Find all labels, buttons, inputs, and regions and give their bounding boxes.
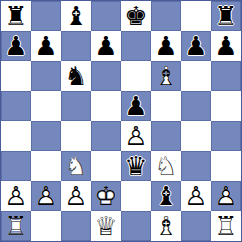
white-rook-icon: ♖ <box>211 211 241 241</box>
black-knight-icon: ♞ <box>61 61 91 91</box>
square-b5[interactable] <box>31 91 61 121</box>
square-c8[interactable]: ♝ <box>61 1 91 31</box>
black-pawn-icon: ♟ <box>211 31 241 61</box>
white-pawn-icon: ♙ <box>31 181 61 211</box>
square-a7[interactable]: ♟ <box>1 31 31 61</box>
square-e5[interactable]: ♟ <box>121 91 151 121</box>
white-pawn-icon: ♙ <box>1 181 31 211</box>
white-bishop-icon: ♗ <box>151 61 181 91</box>
square-f4[interactable] <box>151 121 181 151</box>
square-d2[interactable]: ♚♔ <box>91 181 121 211</box>
black-pawn-icon: ♟ <box>121 91 151 121</box>
black-pawn-icon: ♟ <box>91 31 121 61</box>
square-a1[interactable]: ♜♖ <box>1 211 31 241</box>
black-rook-icon: ♜ <box>211 1 241 31</box>
square-c5[interactable] <box>61 91 91 121</box>
square-g2[interactable]: ♟♙ <box>181 181 211 211</box>
square-h2[interactable]: ♟♙ <box>211 181 241 211</box>
white-pawn-icon: ♙ <box>121 121 151 151</box>
square-d3[interactable] <box>91 151 121 181</box>
square-g7[interactable]: ♟ <box>181 31 211 61</box>
square-b3[interactable] <box>31 151 61 181</box>
black-king-icon: ♚ <box>121 1 151 31</box>
square-d1[interactable]: ♛♕ <box>91 211 121 241</box>
square-f3[interactable]: ♞♘ <box>151 151 181 181</box>
square-e8[interactable]: ♚ <box>121 1 151 31</box>
square-a5[interactable] <box>1 91 31 121</box>
square-e1[interactable] <box>121 211 151 241</box>
white-rook-icon: ♖ <box>1 211 31 241</box>
square-h7[interactable]: ♟ <box>211 31 241 61</box>
square-f5[interactable] <box>151 91 181 121</box>
black-pawn-icon: ♟ <box>31 31 61 61</box>
white-pawn-icon: ♙ <box>61 181 91 211</box>
square-b6[interactable] <box>31 61 61 91</box>
white-king-icon: ♔ <box>91 181 121 211</box>
square-c7[interactable] <box>61 31 91 61</box>
square-d4[interactable] <box>91 121 121 151</box>
black-rook-icon: ♜ <box>1 1 31 31</box>
square-h8[interactable]: ♜ <box>211 1 241 31</box>
square-d8[interactable] <box>91 1 121 31</box>
square-g6[interactable] <box>181 61 211 91</box>
square-c3[interactable]: ♞♘ <box>61 151 91 181</box>
square-b4[interactable] <box>31 121 61 151</box>
square-a3[interactable] <box>1 151 31 181</box>
square-f7[interactable]: ♟ <box>151 31 181 61</box>
square-f2[interactable]: ♝ <box>151 181 181 211</box>
black-pawn-icon: ♟ <box>151 31 181 61</box>
square-b1[interactable] <box>31 211 61 241</box>
square-a4[interactable] <box>1 121 31 151</box>
square-g5[interactable] <box>181 91 211 121</box>
square-f1[interactable]: ♝♗ <box>151 211 181 241</box>
square-c1[interactable] <box>61 211 91 241</box>
square-g8[interactable] <box>181 1 211 31</box>
square-f8[interactable] <box>151 1 181 31</box>
square-h3[interactable] <box>211 151 241 181</box>
black-pawn-icon: ♟ <box>1 31 31 61</box>
white-queen-icon: ♕ <box>91 211 121 241</box>
square-a8[interactable]: ♜ <box>1 1 31 31</box>
square-d5[interactable] <box>91 91 121 121</box>
square-g3[interactable] <box>181 151 211 181</box>
black-bishop-icon: ♝ <box>151 181 181 211</box>
black-bishop-icon: ♝ <box>61 1 91 31</box>
square-b2[interactable]: ♟♙ <box>31 181 61 211</box>
square-e3[interactable]: ♛ <box>121 151 151 181</box>
square-a6[interactable] <box>1 61 31 91</box>
black-pawn-icon: ♟ <box>181 31 211 61</box>
square-c6[interactable]: ♞ <box>61 61 91 91</box>
square-e7[interactable] <box>121 31 151 61</box>
square-b8[interactable] <box>31 1 61 31</box>
square-e2[interactable] <box>121 181 151 211</box>
square-h6[interactable] <box>211 61 241 91</box>
square-h4[interactable] <box>211 121 241 151</box>
square-a2[interactable]: ♟♙ <box>1 181 31 211</box>
black-queen-icon: ♛ <box>121 151 151 181</box>
square-e4[interactable]: ♟♙ <box>121 121 151 151</box>
square-e6[interactable] <box>121 61 151 91</box>
square-c2[interactable]: ♟♙ <box>61 181 91 211</box>
white-knight-icon: ♘ <box>61 151 91 181</box>
square-c4[interactable] <box>61 121 91 151</box>
square-b7[interactable]: ♟ <box>31 31 61 61</box>
square-h1[interactable]: ♜♖ <box>211 211 241 241</box>
white-knight-icon: ♘ <box>151 151 181 181</box>
square-d6[interactable] <box>91 61 121 91</box>
white-pawn-icon: ♙ <box>181 181 211 211</box>
white-bishop-icon: ♗ <box>151 211 181 241</box>
square-g4[interactable] <box>181 121 211 151</box>
square-g1[interactable] <box>181 211 211 241</box>
white-pawn-icon: ♙ <box>211 181 241 211</box>
chess-board: ♜♝♚♜♟♟♟♟♟♟♞♝♗♟♟♙♞♘♛♞♘♟♙♟♙♟♙♚♔♝♟♙♟♙♜♖♛♕♝♗… <box>0 0 242 242</box>
square-f6[interactable]: ♝♗ <box>151 61 181 91</box>
square-d7[interactable]: ♟ <box>91 31 121 61</box>
square-h5[interactable] <box>211 91 241 121</box>
